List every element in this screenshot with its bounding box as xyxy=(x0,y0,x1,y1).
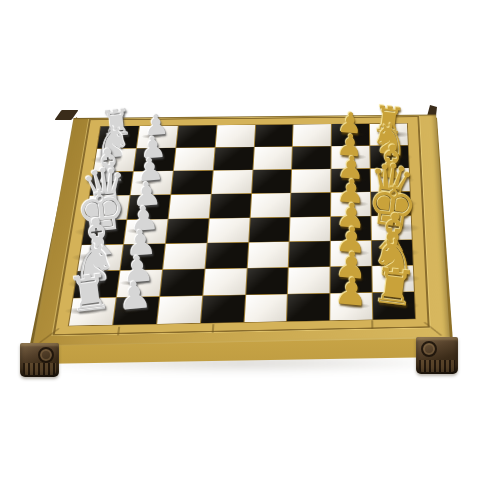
square-c4 xyxy=(211,170,252,193)
square-a6 xyxy=(293,124,331,146)
square-h4 xyxy=(201,295,245,323)
square-f8 xyxy=(372,240,413,266)
square-c3 xyxy=(171,171,212,195)
square-f5 xyxy=(247,242,289,268)
frame-seam xyxy=(117,327,120,336)
square-a7 xyxy=(332,124,370,146)
square-f1 xyxy=(78,245,123,271)
square-d3 xyxy=(168,194,210,218)
square-b8 xyxy=(370,145,408,168)
square-d7 xyxy=(331,192,370,216)
square-d4 xyxy=(209,194,250,218)
square-g2 xyxy=(117,270,162,297)
square-b5 xyxy=(253,147,292,170)
square-b2 xyxy=(134,148,175,171)
square-e3 xyxy=(166,218,209,243)
frame-miter-joint xyxy=(424,322,443,336)
foot-ridges xyxy=(419,360,455,372)
foot-scroll-carving xyxy=(421,341,437,357)
square-b3 xyxy=(174,148,215,171)
square-e2 xyxy=(124,219,168,244)
square-a2 xyxy=(137,126,178,148)
square-d8 xyxy=(371,191,411,215)
square-f6 xyxy=(289,242,330,268)
square-f2 xyxy=(120,244,164,270)
square-d6 xyxy=(291,193,331,217)
square-h5 xyxy=(244,294,287,322)
square-e5 xyxy=(249,217,290,242)
square-b6 xyxy=(292,146,331,169)
square-e7 xyxy=(331,216,371,241)
square-c5 xyxy=(252,170,292,193)
square-b7 xyxy=(332,146,370,169)
board-ground-shadow xyxy=(26,352,456,374)
foot-ridges xyxy=(23,363,56,375)
board-foot-left xyxy=(20,343,59,377)
square-d1 xyxy=(86,195,130,219)
square-f4 xyxy=(205,243,248,269)
square-a4 xyxy=(215,125,254,147)
square-d2 xyxy=(127,195,170,219)
square-g5 xyxy=(246,268,288,295)
frame-seam xyxy=(212,324,215,333)
square-f7 xyxy=(331,241,372,267)
square-c6 xyxy=(292,169,331,192)
square-a3 xyxy=(176,125,216,147)
square-g3 xyxy=(160,269,204,296)
board-foot-right xyxy=(416,337,458,374)
square-c1 xyxy=(90,171,133,195)
frame-seam xyxy=(371,320,373,329)
square-b1 xyxy=(94,148,136,171)
square-e6 xyxy=(290,217,330,242)
square-e4 xyxy=(207,218,249,243)
square-h1 xyxy=(69,298,116,326)
chess-set-photo: ♜♟♟♜♞♟♟♞♝♟♟♝♛♟♟♛♚♟♟♚♝♟♟♝♞♟♟♞♜♟♟♜ xyxy=(0,0,480,480)
frame-miter-joint xyxy=(39,328,60,343)
square-b4 xyxy=(213,147,253,170)
square-c8 xyxy=(371,168,410,191)
square-h6 xyxy=(287,294,329,322)
square-c7 xyxy=(331,169,370,192)
square-g4 xyxy=(203,269,246,296)
square-e1 xyxy=(82,220,126,245)
square-e8 xyxy=(372,215,412,240)
square-f3 xyxy=(163,244,206,270)
square-d5 xyxy=(250,193,290,217)
square-g1 xyxy=(73,271,119,298)
square-h2 xyxy=(113,297,159,325)
square-g8 xyxy=(372,266,413,292)
square-h8 xyxy=(373,292,415,319)
square-a8 xyxy=(370,124,408,146)
square-a5 xyxy=(254,125,293,147)
square-g6 xyxy=(288,267,330,294)
square-h7 xyxy=(330,293,372,320)
board-frame xyxy=(32,114,449,347)
square-c2 xyxy=(131,171,173,195)
square-g7 xyxy=(331,266,372,293)
square-a1 xyxy=(97,126,138,148)
square-h3 xyxy=(157,296,202,324)
foot-scroll-carving xyxy=(38,347,54,363)
chess-board xyxy=(68,123,416,326)
